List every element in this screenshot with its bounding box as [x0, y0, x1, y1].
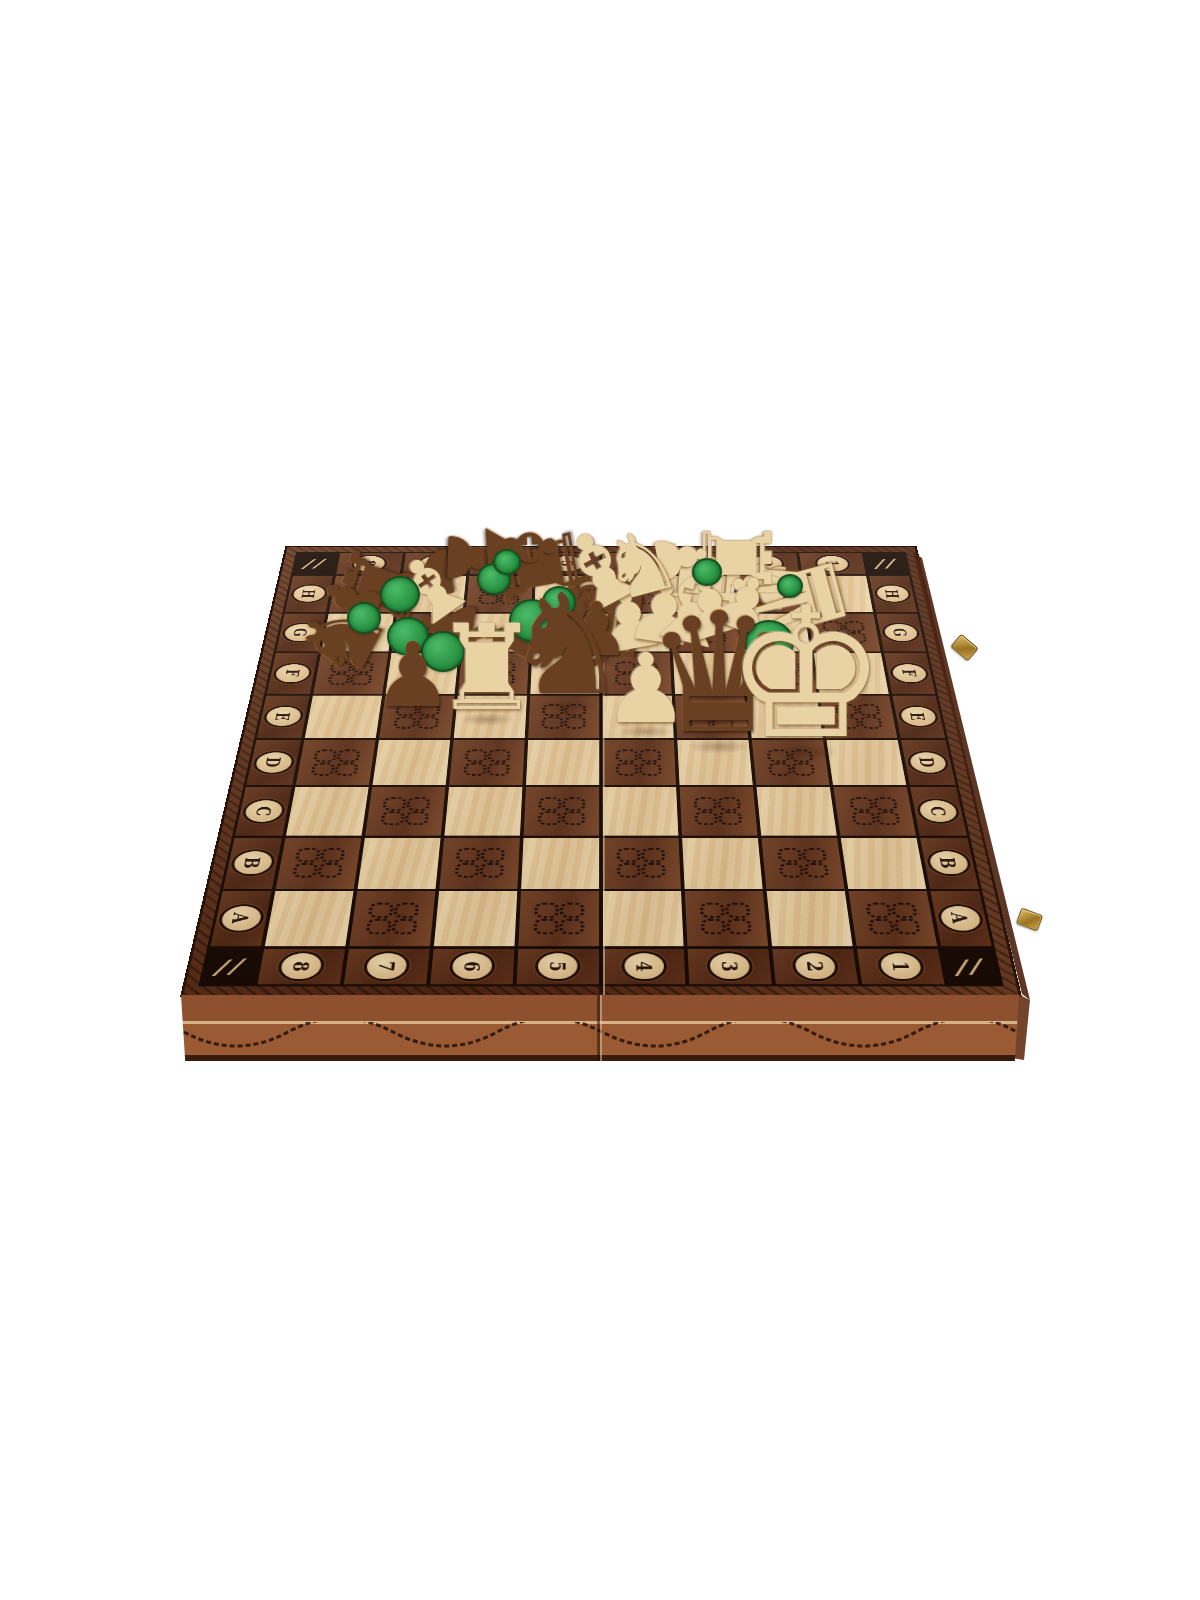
coordinate-circle: E: [262, 706, 305, 728]
coord-right-E: E: [893, 695, 945, 738]
coordinate-circle: D: [906, 751, 951, 774]
coordinate-circle: 2: [791, 952, 840, 982]
coord-bottom-1: 1: [857, 949, 945, 985]
quatrefoil-motif: [448, 844, 512, 882]
coord-bottom-7: 7: [343, 949, 429, 985]
coordinate-label: C: [927, 806, 950, 816]
coordinate-label: A: [949, 913, 973, 924]
coordinate-label: 1: [889, 961, 913, 971]
coordinate-label: 3: [718, 961, 741, 971]
square-D8[interactable]: [295, 740, 375, 785]
coord-bottom-8: 8: [257, 949, 345, 985]
coordinate-label: E: [273, 712, 294, 720]
coordinate-label: D: [917, 757, 939, 767]
coordinate-label: G: [891, 628, 911, 636]
square-D5[interactable]: [526, 740, 599, 785]
square-E8[interactable]: [304, 695, 381, 738]
coord-left-D: D: [246, 740, 300, 785]
green-felt-base: [380, 576, 420, 613]
coordinate-label: 7: [375, 961, 399, 971]
coord-right-B: B: [920, 838, 978, 889]
coordinate-circle: A: [216, 904, 266, 932]
square-B7[interactable]: [357, 838, 440, 889]
coord-bottom-5: 5: [516, 949, 599, 985]
coordinate-circle: E: [897, 706, 940, 728]
coord-bottom-6: 6: [430, 949, 514, 985]
square-A4[interactable]: [603, 891, 684, 946]
coordinate-label: D: [263, 757, 285, 767]
coordinate-circle: 4: [621, 952, 667, 982]
coord-bottom-4: 4: [603, 949, 686, 985]
square-C1[interactable]: [834, 787, 917, 835]
coord-right-F: F: [885, 653, 936, 693]
square-C7[interactable]: [365, 787, 445, 835]
front-fold-seam: [597, 995, 600, 1061]
coord-right-C: C: [911, 787, 967, 835]
quatrefoil-motif: [527, 898, 592, 938]
quatrefoil-motif: [373, 793, 437, 829]
square-D6[interactable]: [449, 740, 525, 785]
front-carved-wave: [181, 1022, 1019, 1060]
coordinate-circle: B: [925, 850, 973, 876]
quatrefoil-motif: [770, 844, 836, 882]
product-photo-stage: //87654321//HHGGFFEEDDCCBBAA//87654321//…: [0, 0, 1200, 1600]
quatrefoil-motif: [693, 898, 760, 938]
coordinate-label: 2: [803, 961, 827, 971]
square-B2[interactable]: [762, 838, 845, 889]
square-C3[interactable]: [680, 787, 758, 835]
coordinate-label: C: [252, 806, 275, 816]
corner-motif: //: [942, 949, 1000, 985]
light-king-standing[interactable]: ♚: [725, 584, 886, 764]
coordinate-circle: D: [251, 751, 296, 774]
coord-left-E: E: [257, 695, 309, 738]
coordinate-circle: C: [240, 799, 286, 824]
quatrefoil-motif: [304, 746, 367, 779]
coordinate-circle: A: [936, 904, 986, 932]
coordinate-circle: C: [915, 799, 961, 824]
coordinate-label: E: [908, 712, 929, 720]
square-B3[interactable]: [682, 838, 763, 889]
square-A7[interactable]: [349, 891, 435, 946]
quatrefoil-motif: [610, 844, 672, 882]
coordinate-circle: 6: [449, 952, 496, 982]
coordinate-label: 6: [461, 961, 484, 971]
quatrefoil-motif: [284, 844, 352, 882]
coordinate-label: F: [282, 669, 302, 676]
corner-motif: //: [202, 949, 260, 985]
coord-left-B: B: [223, 838, 281, 889]
square-B4[interactable]: [603, 838, 681, 889]
square-A8[interactable]: [264, 891, 353, 946]
coord-left-A: A: [210, 891, 271, 946]
square-B1[interactable]: [841, 838, 927, 889]
square-D7[interactable]: [372, 740, 450, 785]
coordinate-label: A: [229, 913, 253, 924]
square-C4[interactable]: [603, 787, 679, 835]
square-A5[interactable]: [518, 891, 599, 946]
quatrefoil-motif: [842, 793, 908, 829]
coordinate-label: 8: [289, 961, 313, 971]
coordinate-circle: 8: [276, 952, 326, 982]
square-A3[interactable]: [685, 891, 768, 946]
coordinate-circle: 1: [876, 952, 926, 982]
coordinate-label: 4: [632, 961, 655, 971]
square-A6[interactable]: [434, 891, 517, 946]
quatrefoil-motif: [531, 793, 592, 829]
corner-slashes: //: [210, 954, 252, 978]
quatrefoil-motif: [358, 898, 426, 938]
coordinate-circle: 7: [362, 952, 411, 982]
coordinate-circle: B: [229, 850, 277, 876]
coord-bottom-3: 3: [688, 949, 772, 985]
coordinate-label: B: [241, 857, 265, 868]
square-A1[interactable]: [849, 891, 938, 946]
coordinate-circle: 3: [706, 952, 753, 982]
square-B6[interactable]: [439, 838, 520, 889]
quatrefoil-motif: [457, 746, 517, 779]
quatrefoil-motif: [687, 793, 749, 829]
board-front-edge: [181, 995, 1019, 1061]
coord-left-C: C: [235, 787, 291, 835]
square-C5[interactable]: [524, 787, 600, 835]
coordinate-circle: G: [881, 623, 922, 643]
square-C8[interactable]: [286, 787, 369, 835]
coordinate-label: 5: [547, 961, 570, 971]
square-C2[interactable]: [757, 787, 837, 835]
coord-right-D: D: [901, 740, 955, 785]
coordinate-label: F: [899, 669, 919, 676]
square-B8[interactable]: [275, 838, 361, 889]
square-A2[interactable]: [767, 891, 853, 946]
quatrefoil-motif: [858, 898, 928, 938]
coordinate-circle: F: [889, 663, 931, 684]
square-B5[interactable]: [521, 838, 599, 889]
corner-slashes: //: [955, 954, 987, 978]
coordinate-circle: 5: [535, 952, 581, 982]
square-C6[interactable]: [444, 787, 522, 835]
coordinate-label: B: [937, 857, 961, 868]
coord-right-A: A: [931, 891, 992, 946]
coord-bottom-2: 2: [772, 949, 858, 985]
